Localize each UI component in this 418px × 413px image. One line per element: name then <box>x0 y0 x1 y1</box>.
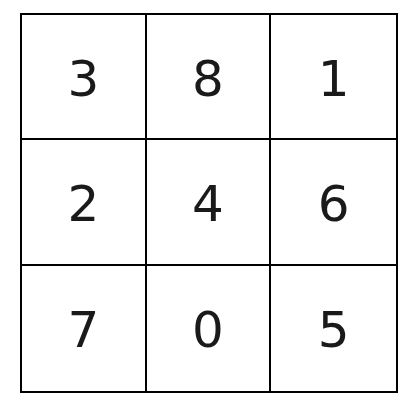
cell-r2c2[interactable]: 4 <box>147 140 272 265</box>
number-grid: 3 8 1 2 4 6 7 0 5 <box>20 13 398 393</box>
cell-r3c2[interactable]: 0 <box>147 266 272 391</box>
puzzle-screen: 3 8 1 2 4 6 7 0 5 <box>0 0 418 413</box>
cell-r2c3[interactable]: 6 <box>271 140 396 265</box>
cell-r1c2[interactable]: 8 <box>147 15 272 140</box>
cell-r1c3[interactable]: 1 <box>271 15 396 140</box>
cell-r2c1[interactable]: 2 <box>22 140 147 265</box>
cell-r3c3[interactable]: 5 <box>271 266 396 391</box>
cell-r3c1[interactable]: 7 <box>22 266 147 391</box>
cell-r1c1[interactable]: 3 <box>22 15 147 140</box>
